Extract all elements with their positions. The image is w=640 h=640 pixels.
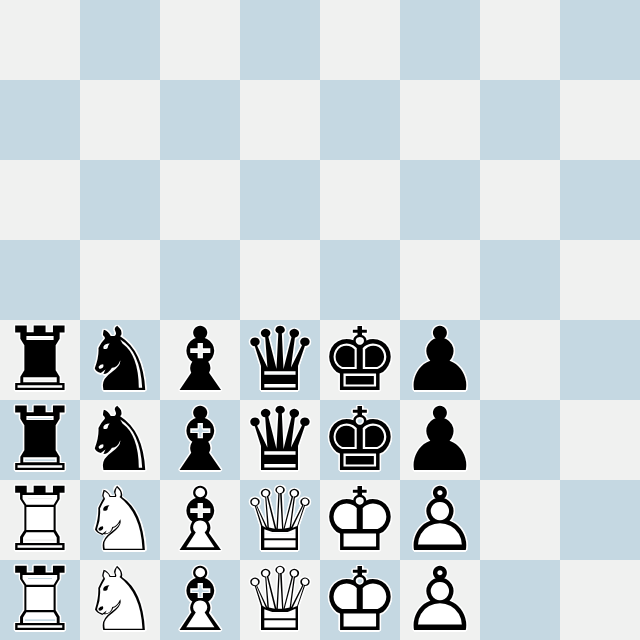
square-b6[interactable] — [80, 160, 160, 240]
chess-board-container: ♜♜♞♞♝♝♛♛♚♚♟♟♜♜♞♞♝♝♛♛♚♚♟♟♜♖♞♘♝♗♛♕♚♔♟♙♜♖♞♘… — [0, 0, 640, 640]
square-c7[interactable] — [160, 80, 240, 160]
square-d1[interactable]: ♛♕ — [240, 560, 320, 640]
square-g3[interactable] — [480, 400, 560, 480]
square-h8[interactable] — [560, 0, 640, 80]
square-g7[interactable] — [480, 80, 560, 160]
square-e6[interactable] — [320, 160, 400, 240]
square-a1[interactable]: ♜♖ — [0, 560, 80, 640]
square-h4[interactable] — [560, 320, 640, 400]
white-queen-piece[interactable]: ♛♕ — [240, 560, 320, 640]
square-d7[interactable] — [240, 80, 320, 160]
piece-glyph: ♔ — [320, 560, 400, 640]
square-g6[interactable] — [480, 160, 560, 240]
square-g8[interactable] — [480, 0, 560, 80]
white-pawn-piece[interactable]: ♟♙ — [400, 560, 480, 640]
square-h7[interactable] — [560, 80, 640, 160]
square-b1[interactable]: ♞♘ — [80, 560, 160, 640]
square-c6[interactable] — [160, 160, 240, 240]
piece-glyph: ♘ — [80, 560, 160, 640]
white-rook-piece[interactable]: ♜♖ — [0, 560, 80, 640]
piece-glyph: ♖ — [0, 560, 80, 640]
square-c8[interactable] — [160, 0, 240, 80]
square-b8[interactable] — [80, 0, 160, 80]
square-e7[interactable] — [320, 80, 400, 160]
square-g1[interactable] — [480, 560, 560, 640]
square-g4[interactable] — [480, 320, 560, 400]
square-h1[interactable] — [560, 560, 640, 640]
square-b7[interactable] — [80, 80, 160, 160]
square-g5[interactable] — [480, 240, 560, 320]
square-d8[interactable] — [240, 0, 320, 80]
square-c1[interactable]: ♝♗ — [160, 560, 240, 640]
piece-glyph: ♙ — [400, 560, 480, 640]
square-f8[interactable] — [400, 0, 480, 80]
square-e1[interactable]: ♚♔ — [320, 560, 400, 640]
square-a8[interactable] — [0, 0, 80, 80]
square-h5[interactable] — [560, 240, 640, 320]
square-a6[interactable] — [0, 160, 80, 240]
square-g2[interactable] — [480, 480, 560, 560]
square-f1[interactable]: ♟♙ — [400, 560, 480, 640]
chess-board: ♜♜♞♞♝♝♛♛♚♚♟♟♜♜♞♞♝♝♛♛♚♚♟♟♜♖♞♘♝♗♛♕♚♔♟♙♜♖♞♘… — [0, 0, 640, 640]
square-e8[interactable] — [320, 0, 400, 80]
square-h6[interactable] — [560, 160, 640, 240]
square-h2[interactable] — [560, 480, 640, 560]
white-knight-piece[interactable]: ♞♘ — [80, 560, 160, 640]
piece-glyph: ♕ — [240, 560, 320, 640]
square-h3[interactable] — [560, 400, 640, 480]
white-bishop-piece[interactable]: ♝♗ — [160, 560, 240, 640]
square-a7[interactable] — [0, 80, 80, 160]
white-king-piece[interactable]: ♚♔ — [320, 560, 400, 640]
square-d6[interactable] — [240, 160, 320, 240]
square-f7[interactable] — [400, 80, 480, 160]
square-f6[interactable] — [400, 160, 480, 240]
piece-glyph: ♗ — [160, 560, 240, 640]
